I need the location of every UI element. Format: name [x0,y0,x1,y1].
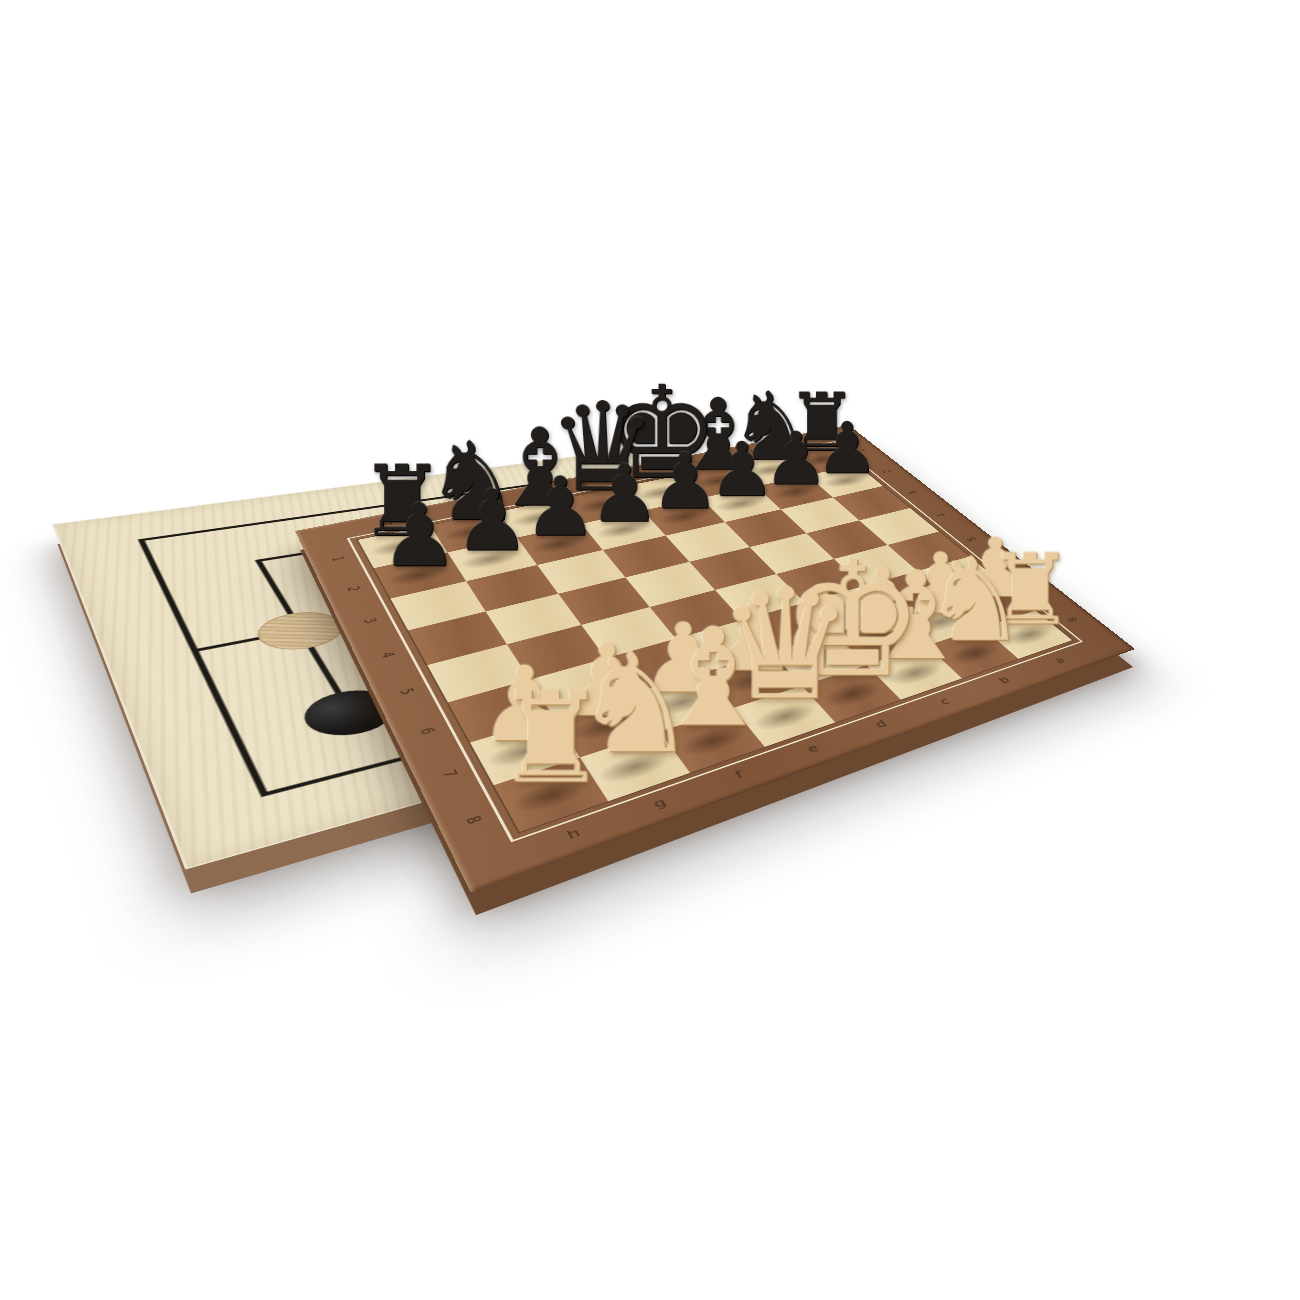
piece-glyph: ♟ [337,492,502,579]
scene: HOLZEUTE hhggffeeddccbbaa112233445566778… [0,0,1300,1300]
piece-glyph: ♜ [449,675,654,801]
pieces-layer: ♜♞♝♛♚♝♞♜♟♟♟♟♟♟♟♟♟♟♟♟♟♟♟♟♜♞♝♛♚♝♞♜ [356,444,1073,833]
